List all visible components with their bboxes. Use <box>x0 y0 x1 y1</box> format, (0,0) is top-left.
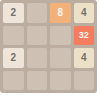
cell-r1c3: 32 <box>74 26 95 46</box>
cell-r3c0 <box>3 71 24 91</box>
cell-r3c1 <box>27 71 48 91</box>
cell-r0c3: 4 <box>74 3 95 23</box>
cell-r0c2: 8 <box>50 3 71 23</box>
cell-r2c0: 2 <box>3 48 24 68</box>
cell-r2c1 <box>27 48 48 68</box>
cell-r3c2 <box>50 71 71 91</box>
cell-r1c1 <box>27 26 48 46</box>
cell-r0c0: 2 <box>3 3 24 23</box>
cell-r0c1 <box>27 3 48 23</box>
cell-r3c3 <box>74 71 95 91</box>
game-board-2048[interactable]: 2 8 4 32 2 4 <box>0 0 97 93</box>
cell-r2c3: 4 <box>74 48 95 68</box>
cell-r1c0 <box>3 26 24 46</box>
cell-r2c2 <box>50 48 71 68</box>
cell-r1c2 <box>50 26 71 46</box>
